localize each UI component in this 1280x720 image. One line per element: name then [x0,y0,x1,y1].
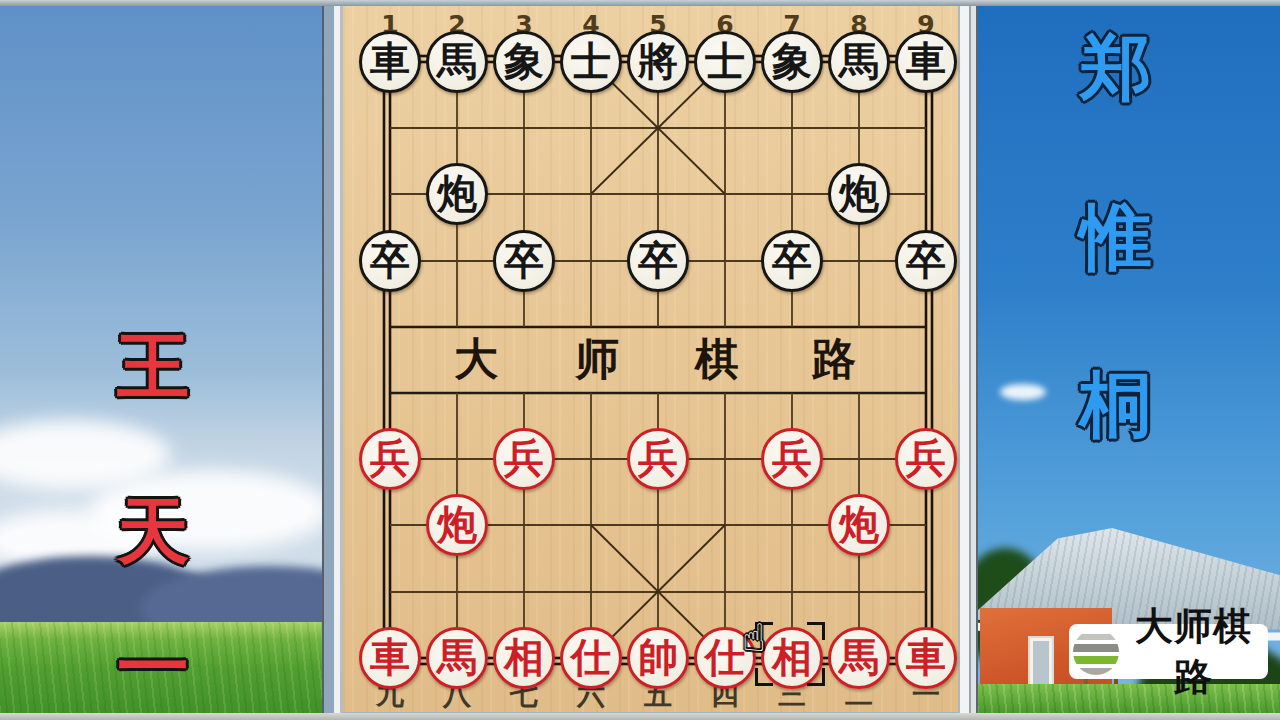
piece-black-cannon[interactable]: 炮 [828,163,890,225]
background-left-photo: 王 天 一 [0,0,330,720]
board-panel: 大 师 棋 路 123456789 九八七六五四三二一 車馬象士將士象馬車炮炮卒… [322,0,978,714]
river-text-char: 棋 [695,336,739,384]
piece-black-horse[interactable]: 馬 [828,31,890,93]
piece-black-advisor[interactable]: 士 [694,31,756,93]
xiangqi-board[interactable]: 大 师 棋 路 123456789 九八七六五四三二一 車馬象士將士象馬車炮炮卒… [343,6,958,712]
piece-red-cannon[interactable]: 炮 [426,494,488,556]
hand-cursor: ☝ [742,618,765,658]
panel-border-right [958,0,978,714]
piece-red-general[interactable]: 帥 [627,627,689,689]
piece-black-soldier[interactable]: 卒 [761,230,823,292]
panel-border-left [322,0,343,714]
piece-black-chariot[interactable]: 車 [359,31,421,93]
selected-piece-marker [755,622,825,686]
piece-black-soldier[interactable]: 卒 [359,230,421,292]
piece-red-horse[interactable]: 馬 [828,627,890,689]
piece-black-soldier[interactable]: 卒 [493,230,555,292]
piece-red-cannon[interactable]: 炮 [828,494,890,556]
brand-watermark-text: 大师棋路 [1119,601,1268,703]
piece-black-chariot[interactable]: 車 [895,31,957,93]
player-red-name-char-2: 天 [117,495,189,569]
brand-watermark: 大师棋路 [1069,624,1268,679]
piece-black-cannon[interactable]: 炮 [426,163,488,225]
piece-black-advisor[interactable]: 士 [560,31,622,93]
piece-black-horse[interactable]: 馬 [426,31,488,93]
board-grid [343,6,958,712]
piece-red-soldier[interactable]: 兵 [359,428,421,490]
player-red-name-char-3: 一 [117,631,189,705]
app-window: 王 天 一 郑 惟 桐 [0,0,1280,720]
piece-red-soldier[interactable]: 兵 [627,428,689,490]
player-black-name-char-1: 郑 [1080,31,1152,105]
piece-red-soldier[interactable]: 兵 [761,428,823,490]
piece-red-chariot[interactable]: 車 [895,627,957,689]
piece-red-chariot[interactable]: 車 [359,627,421,689]
piece-black-elephant[interactable]: 象 [493,31,555,93]
player-black-name-char-2: 惟 [1080,201,1152,275]
frame-strip-top [0,0,1280,6]
piece-red-soldier[interactable]: 兵 [493,428,555,490]
piece-black-elephant[interactable]: 象 [761,31,823,93]
piece-red-horse[interactable]: 馬 [426,627,488,689]
river-text-char: 师 [575,336,619,384]
cloud [1000,384,1046,400]
piece-black-general[interactable]: 將 [627,31,689,93]
brand-logo-icon [1073,629,1119,675]
river-text-char: 大 [454,336,498,384]
piece-red-elephant[interactable]: 相 [493,627,555,689]
piece-red-soldier[interactable]: 兵 [895,428,957,490]
frame-strip-bottom [0,713,1280,720]
player-black-name-char-3: 桐 [1080,368,1152,442]
piece-black-soldier[interactable]: 卒 [895,230,957,292]
player-red-name-char-1: 王 [117,330,189,404]
piece-red-advisor[interactable]: 仕 [560,627,622,689]
piece-black-soldier[interactable]: 卒 [627,230,689,292]
river-text-char: 路 [812,336,856,384]
